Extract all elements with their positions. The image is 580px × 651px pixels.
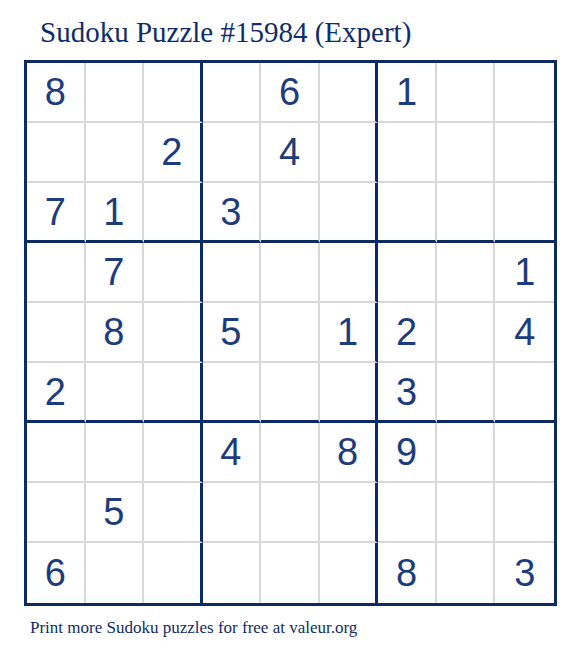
sudoku-cell-r8c4	[203, 483, 262, 543]
sudoku-cell-r7c5	[261, 423, 320, 483]
sudoku-cell-r5c1	[27, 303, 86, 363]
sudoku-cell-r4c8	[437, 243, 496, 303]
sudoku-cell-r5c4: 5	[203, 303, 262, 363]
sudoku-cell-r7c3	[144, 423, 203, 483]
sudoku-cell-r5c8	[437, 303, 496, 363]
page-title: Sudoku Puzzle #15984 (Expert)	[40, 16, 411, 49]
sudoku-cell-r2c4	[203, 123, 262, 183]
sudoku-cell-r6c9	[495, 363, 554, 423]
sudoku-cell-r7c7: 9	[378, 423, 437, 483]
sudoku-cell-r9c6	[320, 543, 379, 603]
sudoku-cell-r9c4	[203, 543, 262, 603]
sudoku-cell-r9c2	[86, 543, 145, 603]
sudoku-cell-r2c5: 4	[261, 123, 320, 183]
sudoku-cell-r6c5	[261, 363, 320, 423]
sudoku-cell-r6c1: 2	[27, 363, 86, 423]
sudoku-board: 861247137185124234895683	[24, 60, 557, 606]
sudoku-cell-r5c5	[261, 303, 320, 363]
sudoku-cell-r7c1	[27, 423, 86, 483]
sudoku-cell-r8c7	[378, 483, 437, 543]
sudoku-cell-r1c5: 6	[261, 63, 320, 123]
sudoku-cell-r4c6	[320, 243, 379, 303]
sudoku-cell-r3c1: 7	[27, 183, 86, 243]
sudoku-cell-r1c3	[144, 63, 203, 123]
sudoku-cell-r2c6	[320, 123, 379, 183]
sudoku-cell-r3c2: 1	[86, 183, 145, 243]
sudoku-cell-r8c8	[437, 483, 496, 543]
sudoku-cell-r9c5	[261, 543, 320, 603]
sudoku-cell-r8c5	[261, 483, 320, 543]
sudoku-cell-r9c8	[437, 543, 496, 603]
sudoku-cell-r3c3	[144, 183, 203, 243]
sudoku-cell-r9c3	[144, 543, 203, 603]
sudoku-cell-r7c6: 8	[320, 423, 379, 483]
sudoku-cell-r3c4: 3	[203, 183, 262, 243]
sudoku-cell-r2c9	[495, 123, 554, 183]
sudoku-page: Sudoku Puzzle #15984 (Expert) 8612471371…	[0, 0, 580, 651]
sudoku-cell-r6c6	[320, 363, 379, 423]
sudoku-cell-r1c8	[437, 63, 496, 123]
sudoku-cell-r3c7	[378, 183, 437, 243]
sudoku-cell-r3c9	[495, 183, 554, 243]
sudoku-cell-r7c4: 4	[203, 423, 262, 483]
sudoku-cell-r4c9: 1	[495, 243, 554, 303]
sudoku-cell-r4c4	[203, 243, 262, 303]
sudoku-cell-r2c2	[86, 123, 145, 183]
sudoku-cell-r7c2	[86, 423, 145, 483]
sudoku-cell-r5c6: 1	[320, 303, 379, 363]
sudoku-cell-r5c3	[144, 303, 203, 363]
sudoku-cell-r7c9	[495, 423, 554, 483]
sudoku-cell-r6c2	[86, 363, 145, 423]
sudoku-cell-r5c2: 8	[86, 303, 145, 363]
sudoku-cell-r9c1: 6	[27, 543, 86, 603]
sudoku-cell-r7c8	[437, 423, 496, 483]
sudoku-cell-r4c7	[378, 243, 437, 303]
sudoku-cell-r8c9	[495, 483, 554, 543]
sudoku-cell-r3c8	[437, 183, 496, 243]
sudoku-cell-r4c1	[27, 243, 86, 303]
sudoku-cell-r1c7: 1	[378, 63, 437, 123]
sudoku-cell-r1c9	[495, 63, 554, 123]
sudoku-cell-r9c9: 3	[495, 543, 554, 603]
sudoku-cell-r5c9: 4	[495, 303, 554, 363]
sudoku-cell-r6c8	[437, 363, 496, 423]
sudoku-cell-r1c2	[86, 63, 145, 123]
sudoku-cell-r6c7: 3	[378, 363, 437, 423]
sudoku-cell-r3c5	[261, 183, 320, 243]
sudoku-cell-r8c6	[320, 483, 379, 543]
sudoku-cell-r8c3	[144, 483, 203, 543]
sudoku-cell-r6c3	[144, 363, 203, 423]
sudoku-cell-r3c6	[320, 183, 379, 243]
sudoku-cell-r8c2: 5	[86, 483, 145, 543]
sudoku-cell-r9c7: 8	[378, 543, 437, 603]
sudoku-cell-r1c6	[320, 63, 379, 123]
sudoku-cell-r4c3	[144, 243, 203, 303]
sudoku-cell-r6c4	[203, 363, 262, 423]
sudoku-cell-r2c8	[437, 123, 496, 183]
sudoku-cell-r5c7: 2	[378, 303, 437, 363]
sudoku-cell-r4c5	[261, 243, 320, 303]
sudoku-cell-r1c1: 8	[27, 63, 86, 123]
sudoku-cell-r1c4	[203, 63, 262, 123]
sudoku-cell-r2c7	[378, 123, 437, 183]
sudoku-cell-r2c1	[27, 123, 86, 183]
sudoku-cell-r2c3: 2	[144, 123, 203, 183]
footer-text: Print more Sudoku puzzles for free at va…	[30, 618, 357, 638]
sudoku-cell-r4c2: 7	[86, 243, 145, 303]
sudoku-cell-r8c1	[27, 483, 86, 543]
